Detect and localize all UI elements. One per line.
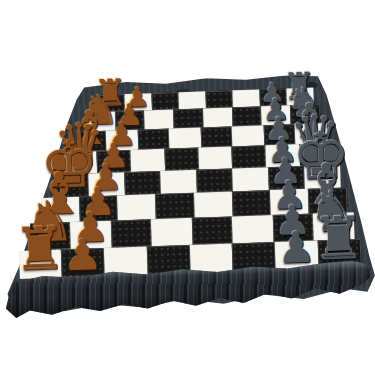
square-a3 [151, 92, 179, 110]
square-d2: ♟ [97, 150, 131, 173]
square-c1: ♝ [74, 130, 106, 151]
square-c6 [232, 125, 264, 146]
square-f1: ♝ [41, 197, 80, 223]
square-c8: ♝ [295, 123, 327, 144]
square-f3 [117, 194, 156, 220]
square-a5 [205, 90, 233, 108]
square-g6 [232, 215, 273, 243]
square-g2: ♟ [70, 221, 111, 249]
square-a6 [232, 89, 260, 107]
square-h3 [104, 246, 148, 276]
square-c2: ♟ [106, 129, 138, 150]
square-b5 [202, 107, 232, 127]
square-e5 [196, 168, 233, 193]
square-g4 [151, 218, 192, 246]
square-d8: ♛ [299, 143, 333, 166]
square-f2: ♟ [79, 195, 118, 221]
square-g5 [191, 216, 232, 244]
square-b1: ♞ [86, 111, 116, 131]
square-h2: ♟ [61, 247, 105, 277]
square-a8: ♜ [286, 88, 314, 106]
chess-set-photo: ♜♟♟♜♞♟♟♞♝♟♟♝♛♟♟♛♚♟♟♚♝♟♟♝♞♟♟♞♜♟♟♜ [0, 0, 375, 375]
square-c3 [137, 128, 169, 149]
square-a7: ♟ [259, 88, 287, 106]
square-b4 [173, 108, 203, 128]
square-c5 [200, 126, 232, 147]
square-d4 [164, 147, 198, 170]
square-g1: ♞ [29, 222, 70, 250]
square-e1: ♚ [52, 173, 89, 198]
square-h1: ♜ [18, 249, 62, 279]
square-e4 [160, 169, 197, 194]
square-d7: ♟ [265, 144, 299, 167]
square-a4 [178, 91, 206, 109]
square-f5 [193, 191, 232, 217]
square-d1: ♛ [63, 151, 97, 174]
square-e8: ♚ [304, 164, 341, 189]
square-e7: ♟ [268, 165, 305, 190]
chess-board: ♜♟♟♜♞♟♟♞♝♟♟♝♛♟♟♛♚♟♟♚♝♟♟♝♞♟♟♞♜♟♟♜ [0, 86, 375, 280]
square-e3 [124, 171, 161, 196]
square-c7: ♟ [263, 124, 295, 145]
square-d6 [232, 145, 266, 168]
square-g8: ♞ [313, 212, 354, 240]
square-h5 [189, 243, 233, 273]
square-b6 [232, 106, 262, 126]
square-b7: ♟ [261, 105, 291, 125]
square-d3 [130, 149, 164, 172]
square-b2: ♟ [115, 110, 145, 130]
square-e2: ♟ [88, 172, 125, 197]
square-a2: ♟ [124, 93, 152, 111]
square-f4 [155, 193, 194, 219]
square-f7: ♟ [270, 189, 309, 215]
square-c4 [169, 127, 201, 148]
square-f6 [232, 190, 271, 216]
square-d5 [198, 146, 232, 169]
square-b3 [144, 109, 174, 129]
square-e6 [232, 167, 269, 192]
chess-board-group: ♜♟♟♜♞♟♟♞♝♟♟♝♛♟♟♛♚♟♟♚♝♟♟♝♞♟♟♞♜♟♟♜ [0, 0, 375, 375]
square-g3 [110, 219, 151, 247]
square-g7: ♟ [272, 214, 313, 242]
square-b8: ♞ [290, 104, 320, 124]
square-h6 [232, 242, 276, 272]
square-f8: ♝ [308, 187, 347, 213]
square-a1: ♜ [97, 94, 125, 112]
